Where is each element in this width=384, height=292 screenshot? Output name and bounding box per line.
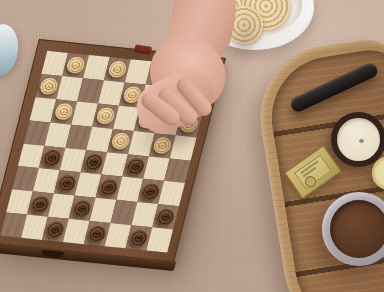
board-square[interactable] [146, 227, 173, 252]
dark-checker-piece[interactable]: ⛂ [42, 149, 63, 167]
light-checker-piece[interactable]: ⛀ [65, 56, 86, 74]
candle [331, 112, 384, 167]
dark-checker-piece[interactable]: ⛂ [125, 157, 146, 175]
dark-checker-piece[interactable]: ⛂ [83, 153, 104, 171]
dark-checker-piece[interactable]: ⛂ [57, 174, 78, 192]
scene-photo: { "game": { "name": "checkers (draughts)… [0, 0, 384, 292]
blue-plate [0, 22, 21, 78]
dark-checker-piece[interactable]: ⛂ [45, 220, 66, 238]
dark-checker-piece[interactable]: ⛂ [72, 199, 93, 217]
light-checker-piece[interactable]: ⛀ [107, 61, 128, 79]
board-square[interactable] [158, 181, 185, 206]
candle-wick [359, 139, 364, 143]
light-checker-piece[interactable]: ⛀ [53, 103, 74, 121]
dark-checker-piece[interactable]: ⛂ [140, 183, 161, 201]
dark-checker-piece[interactable]: ⛂ [155, 208, 176, 226]
dark-checker-piece[interactable]: ⛂ [128, 229, 149, 247]
board-square[interactable]: ⛂ [152, 204, 179, 229]
light-checker-piece[interactable]: ⛀ [38, 77, 59, 95]
coffee [330, 200, 384, 258]
light-checker-piece[interactable]: ⛀ [110, 132, 131, 150]
board-square[interactable] [164, 158, 191, 183]
dark-checker-piece[interactable]: ⛂ [87, 225, 108, 243]
board-latch [133, 44, 152, 55]
dark-checker-piece[interactable]: ⛂ [30, 195, 51, 213]
dark-checker-piece[interactable]: ⛂ [98, 178, 119, 196]
light-checker-piece[interactable]: ⛀ [95, 107, 116, 125]
board-box-notch [41, 250, 64, 258]
